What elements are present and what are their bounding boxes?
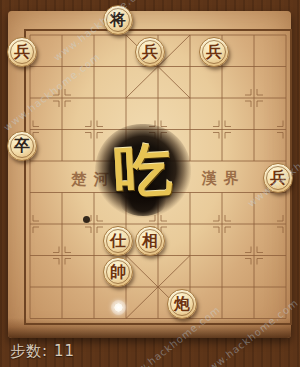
piece-black-soldier[interactable]: 卒 (7, 131, 37, 161)
pieces-grid[interactable]: 将兵兵兵卒兵仕相帥炮 (6, 8, 294, 323)
piece-red-cannon[interactable]: 炮 (167, 289, 197, 319)
xiangqi-game-screen: 楚河 漢界 将兵兵兵卒兵仕相帥炮 吃 步数:11 www.hackhome.co… (0, 0, 300, 367)
steps-label: 步数: (10, 342, 48, 360)
piece-red-advisor[interactable]: 仕 (103, 226, 133, 256)
piece-red-soldier[interactable]: 兵 (199, 37, 229, 67)
last-move-origin-dot (114, 303, 123, 312)
piece-red-general[interactable]: 帥 (103, 257, 133, 287)
piece-red-soldier[interactable]: 兵 (263, 163, 293, 193)
steps-value: 11 (54, 342, 75, 360)
piece-black-general[interactable]: 将 (103, 5, 133, 35)
piece-red-soldier[interactable]: 兵 (7, 37, 37, 67)
steps-counter: 步数:11 (10, 342, 75, 361)
piece-red-elephant[interactable]: 相 (135, 226, 165, 256)
piece-red-soldier[interactable]: 兵 (135, 37, 165, 67)
